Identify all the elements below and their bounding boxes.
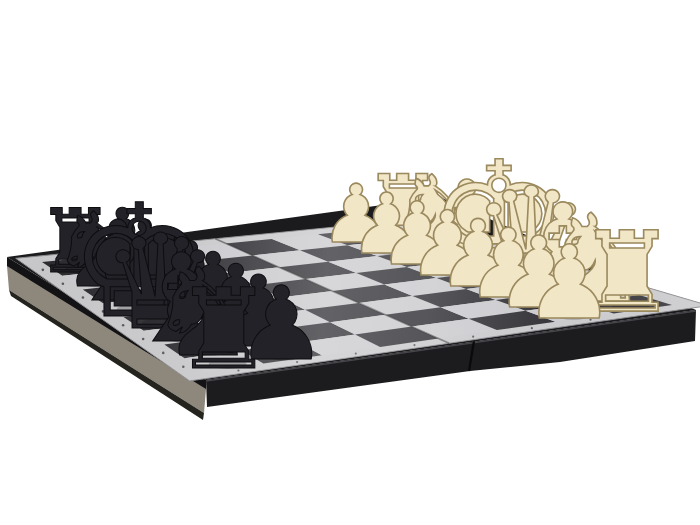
piece-black-rook-a8: ♜ [174, 265, 274, 394]
chess-set-scene: ♜♟♞♟♝♟♟♚♜♟♛♟♞♟♝♟♟♝♞♟♟♜♚♟♟♛♟♝♟♞♟♜ [0, 0, 700, 525]
product-photo: ♜♟♞♟♝♟♟♚♜♟♛♟♞♟♝♟♟♝♞♟♟♜♚♟♟♛♟♝♟♞♟♜ [0, 0, 700, 525]
piece-white-pawn-a2: ♟ [524, 224, 615, 342]
